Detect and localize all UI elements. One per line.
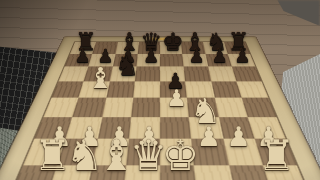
- square-d6: [135, 66, 160, 81]
- square-e3: [160, 117, 191, 139]
- square-c8: [115, 42, 139, 54]
- square-f8: [181, 42, 205, 54]
- square-f6: [184, 66, 211, 81]
- photo-scene: ♜♝♛♚♝♞♜♟♟♟♟♟♟♟♞♝♟♟♞♟♟♟♟♟♟♟♜♞♝♛♚♜: [0, 0, 320, 180]
- square-h6: [231, 66, 261, 81]
- square-e5: [160, 81, 187, 98]
- square-e8: [160, 42, 182, 54]
- square-c5: [106, 81, 135, 98]
- square-d7: [136, 54, 160, 67]
- square-d8: [138, 42, 160, 54]
- square-b2: [58, 139, 98, 165]
- square-c7: [112, 54, 137, 67]
- square-e7: [160, 54, 184, 67]
- square-h2: [254, 139, 296, 165]
- square-c1: [85, 165, 126, 180]
- square-b3: [66, 117, 102, 139]
- square-b5: [79, 81, 110, 98]
- square-d5: [133, 81, 160, 98]
- square-f5: [185, 81, 214, 98]
- chess-board: [11, 42, 310, 180]
- square-h1: [262, 165, 309, 180]
- square-d4: [131, 98, 160, 117]
- square-c3: [97, 117, 131, 139]
- square-f3: [189, 117, 223, 139]
- square-b4: [73, 98, 106, 117]
- square-e2: [160, 139, 194, 165]
- square-c6: [109, 66, 136, 81]
- square-c4: [102, 98, 133, 117]
- square-d2: [126, 139, 160, 165]
- square-f4: [187, 98, 218, 117]
- square-b7: [89, 54, 116, 67]
- square-h5: [236, 81, 268, 98]
- square-d1: [123, 165, 160, 180]
- square-h7: [227, 54, 255, 67]
- board-brand-marking: [150, 38, 174, 41]
- square-b8: [93, 42, 118, 54]
- square-d3: [129, 117, 160, 139]
- square-a1: [11, 165, 58, 180]
- square-c2: [92, 139, 129, 165]
- square-h4: [241, 98, 276, 117]
- square-b6: [84, 66, 112, 81]
- square-e4: [160, 98, 189, 117]
- square-e1: [160, 165, 197, 180]
- square-f7: [182, 54, 207, 67]
- square-h8: [224, 42, 250, 54]
- square-e6: [160, 66, 185, 81]
- square-h3: [247, 117, 285, 139]
